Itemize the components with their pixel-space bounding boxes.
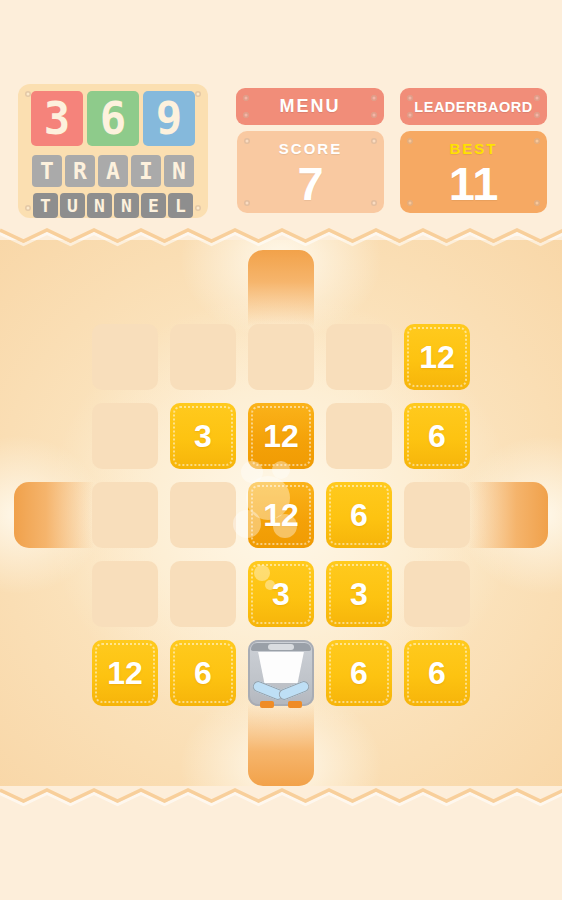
board-cell-r2c4 <box>326 403 392 469</box>
board-cell-r3c2 <box>170 482 236 548</box>
screw-icon <box>243 112 249 118</box>
screw-icon <box>407 112 413 118</box>
logo-letter-block-n: N <box>114 193 139 218</box>
train-buffer-left-icon <box>260 701 274 708</box>
screw-icon <box>371 112 377 118</box>
best-panel: BEST 11 <box>400 131 547 213</box>
logo-letter-block-e: E <box>141 193 166 218</box>
screw-icon <box>407 95 413 101</box>
board-cell-r4c2 <box>170 561 236 627</box>
board-cell-r3c5 <box>404 482 470 548</box>
menu-button-label: MENU <box>280 96 341 117</box>
tile-3[interactable]: 3 <box>326 561 392 627</box>
tile-6[interactable]: 6 <box>326 640 392 706</box>
tile-6[interactable]: 6 <box>404 640 470 706</box>
logo-letter-block-a: A <box>98 155 128 187</box>
tile-12[interactable]: 12 <box>248 403 314 469</box>
screw-icon <box>371 200 377 206</box>
logo-tunnel-word: TUNNEL <box>32 193 194 218</box>
tunnel-right <box>464 482 548 548</box>
zigzag-divider-top <box>0 226 562 248</box>
tile-3[interactable]: 3 <box>248 561 314 627</box>
tunnel-bottom <box>248 700 314 786</box>
tile-6[interactable]: 6 <box>326 482 392 548</box>
board-cell-r1c1 <box>92 324 158 390</box>
screw-icon <box>407 138 413 144</box>
game-board[interactable]: 1231261263312666 <box>92 324 470 706</box>
logo-letter-block-i: I <box>131 155 161 187</box>
tile-6[interactable]: 6 <box>404 403 470 469</box>
screw-icon <box>371 95 377 101</box>
train-windshield-icon <box>255 652 307 683</box>
screw-icon <box>534 200 540 206</box>
logo-letter-block-n: N <box>164 155 194 187</box>
screw-icon <box>534 138 540 144</box>
zigzag-divider-bottom <box>0 786 562 808</box>
score-value: 7 <box>297 153 323 213</box>
logo-letter-block-t: T <box>33 193 58 218</box>
board-cell-r2c1 <box>92 403 158 469</box>
board-cell-r3c1 <box>92 482 158 548</box>
app-logo-panel: 369 TRAIN TUNNEL <box>18 84 208 218</box>
menu-button[interactable]: MENU <box>236 88 384 125</box>
score-panel: SCORE 7 <box>237 131 384 213</box>
best-value: 11 <box>449 153 499 213</box>
screw-icon <box>243 95 249 101</box>
screw-icon <box>371 138 377 144</box>
logo-369: 369 <box>29 91 197 146</box>
leaderboard-button-label: LEADERBAORD <box>414 99 532 115</box>
tile-12[interactable]: 12 <box>248 482 314 548</box>
logo-letter-block-u: U <box>60 193 85 218</box>
tile-12[interactable]: 12 <box>92 640 158 706</box>
screw-icon <box>407 200 413 206</box>
logo-digit-block-3: 3 <box>31 91 83 146</box>
screw-icon <box>25 205 31 211</box>
screw-icon <box>25 91 31 97</box>
screw-icon <box>534 112 540 118</box>
leaderboard-button[interactable]: LEADERBAORD <box>400 88 547 125</box>
board-cell-r1c2 <box>170 324 236 390</box>
screw-icon <box>534 95 540 101</box>
tile-6[interactable]: 6 <box>170 640 236 706</box>
logo-letter-block-r: R <box>65 155 95 187</box>
game-screen: 369 TRAIN TUNNEL MENU LEADERBAORD SCORE … <box>0 0 562 900</box>
screw-icon <box>244 138 250 144</box>
board-cell-r4c1 <box>92 561 158 627</box>
board-cell-r1c3 <box>248 324 314 390</box>
tunnel-top <box>248 250 314 330</box>
tile-3[interactable]: 3 <box>170 403 236 469</box>
logo-letter-block-n: N <box>87 193 112 218</box>
logo-letter-block-t: T <box>32 155 62 187</box>
logo-digit-block-9: 9 <box>143 91 195 146</box>
train-roof-hatch-icon <box>268 644 294 650</box>
tile-12[interactable]: 12 <box>404 324 470 390</box>
train-buffer-right-icon <box>288 701 302 708</box>
tunnel-left <box>14 482 98 548</box>
board-cell-r1c4 <box>326 324 392 390</box>
screw-icon <box>195 91 201 97</box>
board-cell-r4c5 <box>404 561 470 627</box>
logo-digit-block-6: 6 <box>87 91 139 146</box>
logo-letter-block-l: L <box>168 193 193 218</box>
screw-icon <box>195 205 201 211</box>
logo-train-word: TRAIN <box>31 155 196 187</box>
screw-icon <box>244 200 250 206</box>
train-tile[interactable] <box>248 640 314 706</box>
